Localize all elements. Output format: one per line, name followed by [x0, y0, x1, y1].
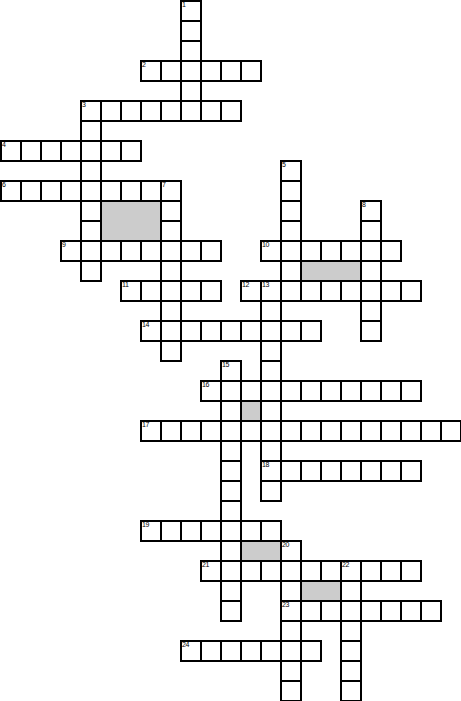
cell-4-10[interactable]	[80, 200, 102, 222]
cell-7-12[interactable]	[140, 240, 162, 262]
cell-14-28[interactable]	[280, 560, 302, 582]
shaded-block	[102, 202, 160, 240]
cell-11-20[interactable]	[220, 400, 242, 422]
clue-number-3: 3	[80, 100, 86, 108]
cell-13-19[interactable]	[260, 380, 282, 402]
clue-number-9: 9	[60, 240, 66, 248]
cell-14-31[interactable]	[280, 620, 302, 642]
cell-17-12[interactable]	[340, 240, 362, 262]
shaded-block	[242, 542, 280, 560]
cell-5-5[interactable]	[100, 100, 122, 122]
cell-12-26[interactable]	[240, 520, 262, 542]
cell-8-5[interactable]	[160, 100, 182, 122]
cell-10-21[interactable]	[200, 420, 222, 442]
cell-19-21[interactable]	[380, 420, 402, 442]
cell-13-15[interactable]	[260, 300, 282, 322]
cell-13-20[interactable]	[260, 400, 282, 422]
cell-16-21[interactable]	[320, 420, 342, 442]
cell-18-23[interactable]	[360, 460, 382, 482]
cell-4-7[interactable]	[80, 140, 102, 162]
cell-16-30[interactable]	[320, 600, 342, 622]
cell-6-9[interactable]	[120, 180, 142, 202]
cell-14-33[interactable]	[280, 660, 302, 682]
clue-number-19: 19	[140, 520, 149, 528]
cell-11-29[interactable]	[220, 580, 242, 602]
cell-4-11[interactable]	[80, 220, 102, 242]
cell-13-24[interactable]	[260, 480, 282, 502]
crossword-board: 123456789101112131415161718192021222324	[0, 0, 461, 701]
cell-18-30[interactable]	[360, 600, 382, 622]
cell-15-32[interactable]	[300, 640, 322, 662]
cell-16-12[interactable]	[320, 240, 342, 262]
cell-19-19[interactable]	[380, 380, 402, 402]
cell-9-14[interactable]	[180, 280, 202, 302]
cell-2-9[interactable]	[40, 180, 62, 202]
cell-9-21[interactable]	[180, 420, 202, 442]
clue-number-22: 22	[340, 560, 349, 568]
cell-13-16[interactable]	[260, 320, 282, 342]
clue-number-16: 16	[200, 380, 209, 388]
cell-15-12[interactable]	[300, 240, 322, 262]
cell-14-14[interactable]	[280, 280, 302, 302]
cell-11-21[interactable]	[220, 420, 242, 442]
shaded-block	[302, 262, 360, 280]
cell-11-28[interactable]	[220, 560, 242, 582]
cell-14-21[interactable]	[280, 420, 302, 442]
cell-7-9[interactable]	[140, 180, 162, 202]
cell-15-28[interactable]	[300, 560, 322, 582]
cell-18-21[interactable]	[360, 420, 382, 442]
cell-18-11[interactable]	[360, 220, 382, 242]
cell-10-3[interactable]	[200, 60, 222, 82]
cell-17-33[interactable]	[340, 660, 362, 682]
cell-11-16[interactable]	[220, 320, 242, 342]
clue-number-23: 23	[280, 600, 289, 608]
cell-8-14[interactable]	[160, 280, 182, 302]
clue-number-5: 5	[280, 160, 286, 168]
cell-19-30[interactable]	[380, 600, 402, 622]
cell-9-1[interactable]	[180, 20, 202, 42]
shaded-block	[242, 402, 260, 420]
cell-20-23[interactable]	[400, 460, 422, 482]
cell-15-30[interactable]	[300, 600, 322, 622]
cell-13-26[interactable]	[260, 520, 282, 542]
cell-16-28[interactable]	[320, 560, 342, 582]
cell-8-13[interactable]	[160, 260, 182, 282]
cell-1-7[interactable]	[20, 140, 42, 162]
clue-number-11: 11	[120, 280, 129, 288]
cell-19-28[interactable]	[380, 560, 402, 582]
cell-13-28[interactable]	[260, 560, 282, 582]
cell-14-34[interactable]	[280, 680, 302, 701]
cell-10-26[interactable]	[200, 520, 222, 542]
cell-15-23[interactable]	[300, 460, 322, 482]
cell-21-21[interactable]	[420, 420, 442, 442]
cell-17-29[interactable]	[340, 580, 362, 602]
clue-number-7: 7	[160, 180, 166, 188]
cell-9-3[interactable]	[180, 60, 202, 82]
cell-8-26[interactable]	[160, 520, 182, 542]
cell-10-14[interactable]	[200, 280, 222, 302]
cell-3-9[interactable]	[60, 180, 82, 202]
cell-9-12[interactable]	[180, 240, 202, 262]
cell-13-32[interactable]	[260, 640, 282, 662]
cell-20-28[interactable]	[400, 560, 422, 582]
cell-14-12[interactable]	[280, 240, 302, 262]
clue-number-17: 17	[140, 420, 149, 428]
cell-18-19[interactable]	[360, 380, 382, 402]
shaded-block	[302, 582, 340, 600]
clue-number-14: 14	[140, 320, 149, 328]
cell-17-30[interactable]	[340, 600, 362, 622]
clue-number-4: 4	[0, 140, 6, 148]
cell-12-16[interactable]	[240, 320, 262, 342]
cell-13-21[interactable]	[260, 420, 282, 442]
cell-9-2[interactable]	[180, 40, 202, 62]
clue-number-2: 2	[140, 60, 146, 68]
cell-4-12[interactable]	[80, 240, 102, 262]
cell-17-32[interactable]	[340, 640, 362, 662]
cell-4-6[interactable]	[80, 120, 102, 142]
cell-11-30[interactable]	[220, 600, 242, 622]
cell-4-13[interactable]	[80, 260, 102, 282]
cell-6-7[interactable]	[120, 140, 142, 162]
cell-11-19[interactable]	[220, 380, 242, 402]
cell-16-14[interactable]	[320, 280, 342, 302]
clue-number-24: 24	[180, 640, 189, 648]
cell-6-5[interactable]	[120, 100, 142, 122]
cell-8-11[interactable]	[160, 220, 182, 242]
cell-15-14[interactable]	[300, 280, 322, 302]
cell-14-32[interactable]	[280, 640, 302, 662]
cell-14-29[interactable]	[280, 580, 302, 602]
cell-1-9[interactable]	[20, 180, 42, 202]
clue-number-6: 6	[0, 180, 6, 188]
clue-number-21: 21	[200, 560, 209, 568]
cell-17-31[interactable]	[340, 620, 362, 642]
cell-17-34[interactable]	[340, 680, 362, 701]
cell-2-7[interactable]	[40, 140, 62, 162]
cell-11-25[interactable]	[220, 500, 242, 522]
cell-22-21[interactable]	[440, 420, 461, 442]
cell-15-16[interactable]	[300, 320, 322, 342]
cell-11-22[interactable]	[220, 440, 242, 462]
cell-3-7[interactable]	[60, 140, 82, 162]
cell-9-26[interactable]	[180, 520, 202, 542]
cell-21-30[interactable]	[420, 600, 442, 622]
cell-8-21[interactable]	[160, 420, 182, 442]
cell-8-17[interactable]	[160, 340, 182, 362]
cell-14-11[interactable]	[280, 220, 302, 242]
clue-number-20: 20	[280, 540, 289, 548]
cell-18-13[interactable]	[360, 260, 382, 282]
cell-11-24[interactable]	[220, 480, 242, 502]
cell-18-12[interactable]	[360, 240, 382, 262]
cell-18-14[interactable]	[360, 280, 382, 302]
cell-14-23[interactable]	[280, 460, 302, 482]
cell-19-23[interactable]	[380, 460, 402, 482]
cell-6-12[interactable]	[120, 240, 142, 262]
cell-9-5[interactable]	[180, 100, 202, 122]
cell-12-28[interactable]	[240, 560, 262, 582]
cell-8-3[interactable]	[160, 60, 182, 82]
clue-number-8: 8	[360, 200, 366, 208]
cell-8-12[interactable]	[160, 240, 182, 262]
cell-11-23[interactable]	[220, 460, 242, 482]
cell-15-19[interactable]	[300, 380, 322, 402]
cell-17-14[interactable]	[340, 280, 362, 302]
cell-4-9[interactable]	[80, 180, 102, 202]
cell-9-4[interactable]	[180, 80, 202, 102]
cell-13-22[interactable]	[260, 440, 282, 462]
cell-10-16[interactable]	[200, 320, 222, 342]
cell-13-18[interactable]	[260, 360, 282, 382]
cell-20-14[interactable]	[400, 280, 422, 302]
cell-11-5[interactable]	[220, 100, 242, 122]
cell-12-3[interactable]	[240, 60, 262, 82]
cell-20-30[interactable]	[400, 600, 422, 622]
cell-15-21[interactable]	[300, 420, 322, 442]
cell-10-12[interactable]	[200, 240, 222, 262]
cell-11-3[interactable]	[220, 60, 242, 82]
cell-11-32[interactable]	[220, 640, 242, 662]
cell-16-23[interactable]	[320, 460, 342, 482]
cell-14-10[interactable]	[280, 200, 302, 222]
cell-4-8[interactable]	[80, 160, 102, 182]
cell-8-16[interactable]	[160, 320, 182, 342]
cell-7-5[interactable]	[140, 100, 162, 122]
cell-12-21[interactable]	[240, 420, 262, 442]
cell-14-13[interactable]	[280, 260, 302, 282]
cell-18-28[interactable]	[360, 560, 382, 582]
cell-17-21[interactable]	[340, 420, 362, 442]
cell-20-21[interactable]	[400, 420, 422, 442]
cell-12-19[interactable]	[240, 380, 262, 402]
cell-9-16[interactable]	[180, 320, 202, 342]
cell-18-16[interactable]	[360, 320, 382, 342]
cell-19-12[interactable]	[380, 240, 402, 262]
cell-8-10[interactable]	[160, 200, 182, 222]
cell-12-32[interactable]	[240, 640, 262, 662]
clue-number-1: 1	[180, 0, 186, 8]
cell-10-5[interactable]	[200, 100, 222, 122]
cell-17-23[interactable]	[340, 460, 362, 482]
clue-number-13: 13	[260, 280, 269, 288]
cell-5-7[interactable]	[100, 140, 122, 162]
cell-11-26[interactable]	[220, 520, 242, 542]
cell-19-14[interactable]	[380, 280, 402, 302]
cell-17-19[interactable]	[340, 380, 362, 402]
clue-number-15: 15	[220, 360, 229, 368]
cell-13-17[interactable]	[260, 340, 282, 362]
cell-14-19[interactable]	[280, 380, 302, 402]
cell-20-19[interactable]	[400, 380, 422, 402]
cell-5-9[interactable]	[100, 180, 122, 202]
cell-18-15[interactable]	[360, 300, 382, 322]
cell-8-15[interactable]	[160, 300, 182, 322]
cell-16-19[interactable]	[320, 380, 342, 402]
cell-10-32[interactable]	[200, 640, 222, 662]
cell-14-16[interactable]	[280, 320, 302, 342]
clue-number-10: 10	[260, 240, 269, 248]
cell-7-14[interactable]	[140, 280, 162, 302]
cell-5-12[interactable]	[100, 240, 122, 262]
clue-number-18: 18	[260, 460, 269, 468]
cell-11-27[interactable]	[220, 540, 242, 562]
clue-number-12: 12	[240, 280, 249, 288]
cell-14-9[interactable]	[280, 180, 302, 202]
